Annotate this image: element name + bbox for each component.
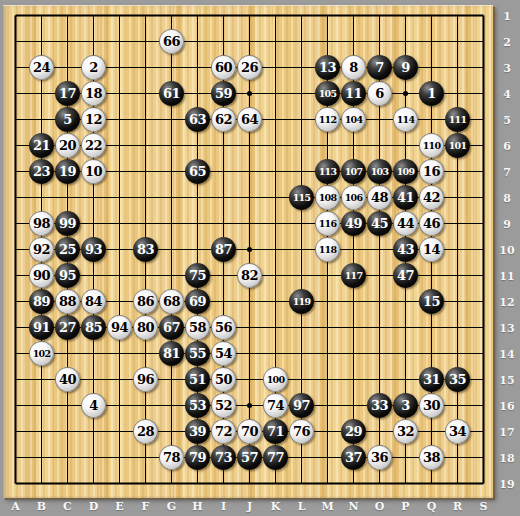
stone-white-50[interactable]: 50 [211, 367, 236, 392]
stone-move-number: 94 [111, 321, 128, 334]
stone-move-number: 30 [423, 399, 440, 412]
stone-black-33[interactable]: 33 [367, 393, 392, 418]
stone-black-55[interactable]: 55 [185, 341, 210, 366]
column-label-L: L [289, 500, 315, 514]
stone-move-number: 54 [215, 347, 232, 360]
stone-move-number: 5 [63, 113, 72, 126]
stone-black-17[interactable]: 17 [55, 81, 80, 106]
stone-white-70[interactable]: 70 [237, 419, 262, 444]
stone-black-97[interactable]: 97 [289, 393, 314, 418]
stone-move-number: 100 [267, 375, 284, 385]
stone-move-number: 47 [397, 269, 414, 282]
stone-move-number: 7 [375, 61, 384, 74]
stone-white-96[interactable]: 96 [133, 367, 158, 392]
stone-move-number: 65 [189, 165, 206, 178]
stone-move-number: 15 [423, 295, 440, 308]
stone-move-number: 26 [241, 61, 258, 74]
stone-black-73[interactable]: 73 [211, 445, 236, 470]
stone-black-9[interactable]: 9 [393, 55, 418, 80]
stone-move-number: 25 [59, 243, 76, 256]
stone-black-109[interactable]: 109 [393, 159, 418, 184]
stone-white-76[interactable]: 76 [289, 419, 314, 444]
stone-black-45[interactable]: 45 [367, 211, 392, 236]
stone-black-65[interactable]: 65 [185, 159, 210, 184]
stone-black-117[interactable]: 117 [341, 263, 366, 288]
stone-black-107[interactable]: 107 [341, 159, 366, 184]
stone-move-number: 13 [319, 61, 336, 74]
stone-move-number: 108 [319, 193, 336, 203]
stone-move-number: 62 [215, 113, 232, 126]
stone-move-number: 35 [449, 373, 466, 386]
stone-move-number: 69 [189, 295, 206, 308]
row-label-16: 16 [496, 400, 518, 414]
stone-move-number: 114 [397, 115, 414, 125]
stone-move-number: 119 [293, 297, 310, 307]
row-label-8: 8 [496, 192, 518, 206]
stone-move-number: 60 [215, 61, 232, 74]
stone-white-62[interactable]: 62 [211, 107, 236, 132]
stone-black-79[interactable]: 79 [185, 445, 210, 470]
stone-black-83[interactable]: 83 [133, 237, 158, 262]
stone-move-number: 44 [397, 217, 414, 230]
stone-move-number: 93 [85, 243, 102, 256]
stone-white-36[interactable]: 36 [367, 445, 392, 470]
stone-move-number: 24 [33, 61, 50, 74]
stone-move-number: 102 [33, 349, 50, 359]
stone-white-58[interactable]: 58 [185, 315, 210, 340]
stone-move-number: 57 [241, 451, 258, 464]
stone-move-number: 82 [241, 269, 258, 282]
stone-black-35[interactable]: 35 [445, 367, 470, 392]
stone-white-20[interactable]: 20 [55, 133, 80, 158]
stone-white-32[interactable]: 32 [393, 419, 418, 444]
stone-white-28[interactable]: 28 [133, 419, 158, 444]
stone-white-44[interactable]: 44 [393, 211, 418, 236]
stone-move-number: 88 [59, 295, 76, 308]
stone-black-59[interactable]: 59 [211, 81, 236, 106]
column-label-F: F [133, 500, 159, 514]
column-label-K: K [263, 500, 289, 514]
stone-move-number: 78 [163, 451, 180, 464]
stone-black-113[interactable]: 113 [315, 159, 340, 184]
row-label-7: 7 [496, 166, 518, 180]
column-label-O: O [367, 500, 393, 514]
stone-white-106[interactable]: 106 [341, 185, 366, 210]
go-board[interactable]: 1234567891011121314151617181920212223242… [3, 5, 493, 498]
stone-black-27[interactable]: 27 [55, 315, 80, 340]
column-label-N: N [341, 500, 367, 514]
stone-black-93[interactable]: 93 [81, 237, 106, 262]
stone-black-3[interactable]: 3 [393, 393, 418, 418]
stone-move-number: 45 [371, 217, 388, 230]
stone-move-number: 6 [375, 87, 384, 100]
stone-black-115[interactable]: 115 [289, 185, 314, 210]
stone-black-5[interactable]: 5 [55, 107, 80, 132]
stone-white-110[interactable]: 110 [419, 133, 444, 158]
column-label-I: I [211, 500, 237, 514]
row-label-12: 12 [496, 296, 518, 310]
stone-move-number: 18 [85, 87, 102, 100]
stone-black-47[interactable]: 47 [393, 263, 418, 288]
stone-black-119[interactable]: 119 [289, 289, 314, 314]
stone-move-number: 116 [319, 219, 336, 229]
stone-move-number: 74 [267, 399, 284, 412]
stone-move-number: 107 [345, 167, 362, 177]
stone-white-92[interactable]: 92 [29, 237, 54, 262]
stone-move-number: 59 [215, 87, 232, 100]
stone-white-38[interactable]: 38 [419, 445, 444, 470]
stone-black-25[interactable]: 25 [55, 237, 80, 262]
stone-white-54[interactable]: 54 [211, 341, 236, 366]
stone-white-104[interactable]: 104 [341, 107, 366, 132]
stone-move-number: 73 [215, 451, 232, 464]
stone-black-43[interactable]: 43 [393, 237, 418, 262]
stone-move-number: 96 [137, 373, 154, 386]
stone-move-number: 67 [163, 321, 180, 334]
column-label-R: R [445, 500, 471, 514]
stone-move-number: 50 [215, 373, 232, 386]
column-label-J: J [237, 500, 263, 514]
stone-move-number: 103 [371, 167, 388, 177]
stone-move-number: 72 [215, 425, 232, 438]
stone-move-number: 99 [59, 217, 76, 230]
stone-move-number: 43 [397, 243, 414, 256]
stone-white-74[interactable]: 74 [263, 393, 288, 418]
stone-white-84[interactable]: 84 [81, 289, 106, 314]
stone-move-number: 113 [319, 167, 336, 177]
stone-move-number: 85 [85, 321, 102, 334]
stone-white-94[interactable]: 94 [107, 315, 132, 340]
stone-black-31[interactable]: 31 [419, 367, 444, 392]
stone-white-88[interactable]: 88 [55, 289, 80, 314]
stone-black-49[interactable]: 49 [341, 211, 366, 236]
stone-white-40[interactable]: 40 [55, 367, 80, 392]
stone-black-15[interactable]: 15 [419, 289, 444, 314]
stone-move-number: 105 [319, 89, 336, 99]
stone-move-number: 51 [189, 373, 206, 386]
stone-move-number: 20 [59, 139, 76, 152]
stone-move-number: 53 [189, 399, 206, 412]
stone-move-number: 89 [33, 295, 50, 308]
row-label-11: 11 [496, 270, 518, 284]
stone-move-number: 91 [33, 321, 50, 334]
stone-move-number: 42 [423, 191, 440, 204]
stone-move-number: 115 [293, 193, 310, 203]
stone-black-67[interactable]: 67 [159, 315, 184, 340]
row-label-18: 18 [496, 452, 518, 466]
stone-move-number: 48 [371, 191, 388, 204]
stone-move-number: 56 [215, 321, 232, 334]
stone-white-6[interactable]: 6 [367, 81, 392, 106]
stone-move-number: 38 [423, 451, 440, 464]
stone-move-number: 11 [345, 87, 362, 100]
stone-move-number: 9 [401, 61, 410, 74]
stone-move-number: 22 [85, 139, 102, 152]
column-label-A: A [3, 500, 29, 514]
stone-move-number: 64 [241, 113, 258, 126]
row-label-1: 1 [496, 10, 518, 24]
stone-move-number: 118 [319, 245, 336, 255]
stone-move-number: 41 [397, 191, 414, 204]
stone-move-number: 31 [423, 373, 440, 386]
go-record-viewer-panel: 1234567891011121314151617181920212223242… [0, 0, 520, 516]
stone-white-86[interactable]: 86 [133, 289, 158, 314]
stone-black-29[interactable]: 29 [341, 419, 366, 444]
row-label-15: 15 [496, 374, 518, 388]
stone-black-69[interactable]: 69 [185, 289, 210, 314]
stone-move-number: 86 [137, 295, 154, 308]
stone-move-number: 12 [85, 113, 102, 126]
stone-white-118[interactable]: 118 [315, 237, 340, 262]
stone-black-7[interactable]: 7 [367, 55, 392, 80]
stone-move-number: 8 [349, 61, 358, 74]
row-label-9: 9 [496, 218, 518, 232]
stone-move-number: 28 [137, 425, 154, 438]
stone-white-80[interactable]: 80 [133, 315, 158, 340]
column-label-P: P [393, 500, 419, 514]
stone-move-number: 83 [137, 243, 154, 256]
column-label-M: M [315, 500, 341, 514]
stone-black-19[interactable]: 19 [55, 159, 80, 184]
stone-white-30[interactable]: 30 [419, 393, 444, 418]
stone-white-82[interactable]: 82 [237, 263, 262, 288]
stone-move-number: 63 [189, 113, 206, 126]
stone-black-41[interactable]: 41 [393, 185, 418, 210]
stone-black-57[interactable]: 57 [237, 445, 262, 470]
stone-move-number: 104 [345, 115, 362, 125]
stone-move-number: 77 [267, 451, 284, 464]
stone-move-number: 1 [427, 87, 436, 100]
stone-white-78[interactable]: 78 [159, 445, 184, 470]
stone-black-39[interactable]: 39 [185, 419, 210, 444]
stone-move-number: 90 [33, 269, 50, 282]
stone-move-number: 10 [85, 165, 102, 178]
stone-white-42[interactable]: 42 [419, 185, 444, 210]
stone-black-103[interactable]: 103 [367, 159, 392, 184]
column-label-G: G [159, 500, 185, 514]
stone-black-105[interactable]: 105 [315, 81, 340, 106]
stone-black-91[interactable]: 91 [29, 315, 54, 340]
stone-black-63[interactable]: 63 [185, 107, 210, 132]
stone-move-number: 75 [189, 269, 206, 282]
stone-black-87[interactable]: 87 [211, 237, 236, 262]
stone-move-number: 19 [59, 165, 76, 178]
stone-white-66[interactable]: 66 [159, 29, 184, 54]
stone-black-71[interactable]: 71 [263, 419, 288, 444]
stone-white-10[interactable]: 10 [81, 159, 106, 184]
stone-move-number: 49 [345, 217, 362, 230]
stone-white-24[interactable]: 24 [29, 55, 54, 80]
stone-black-111[interactable]: 111 [445, 107, 470, 132]
stone-move-number: 17 [59, 87, 76, 100]
stone-move-number: 112 [319, 115, 336, 125]
stone-white-68[interactable]: 68 [159, 289, 184, 314]
stone-move-number: 97 [293, 399, 310, 412]
row-label-13: 13 [496, 322, 518, 336]
stone-move-number: 58 [189, 321, 206, 334]
stone-move-number: 39 [189, 425, 206, 438]
row-label-10: 10 [496, 244, 518, 258]
stone-white-114[interactable]: 114 [393, 107, 418, 132]
stone-move-number: 55 [189, 347, 206, 360]
stone-move-number: 3 [401, 399, 410, 412]
stone-white-22[interactable]: 22 [81, 133, 106, 158]
stone-black-37[interactable]: 37 [341, 445, 366, 470]
stone-move-number: 32 [397, 425, 414, 438]
stone-black-81[interactable]: 81 [159, 341, 184, 366]
stone-move-number: 66 [163, 35, 180, 48]
column-label-D: D [81, 500, 107, 514]
stone-move-number: 46 [423, 217, 440, 230]
stone-move-number: 111 [449, 115, 466, 125]
stone-move-number: 23 [33, 165, 50, 178]
row-label-3: 3 [496, 62, 518, 76]
stone-move-number: 33 [371, 399, 388, 412]
stones-layer: 1234567891011121314151617181920212223242… [3, 3, 497, 497]
column-label-B: B [29, 500, 55, 514]
column-label-Q: Q [419, 500, 445, 514]
row-label-19: 19 [496, 478, 518, 492]
stone-move-number: 40 [59, 373, 76, 386]
stone-white-116[interactable]: 116 [315, 211, 340, 236]
stone-white-26[interactable]: 26 [237, 55, 262, 80]
row-label-4: 4 [496, 88, 518, 102]
row-label-14: 14 [496, 348, 518, 362]
stone-move-number: 80 [137, 321, 154, 334]
stone-move-number: 68 [163, 295, 180, 308]
stone-white-48[interactable]: 48 [367, 185, 392, 210]
stone-black-23[interactable]: 23 [29, 159, 54, 184]
stone-move-number: 92 [33, 243, 50, 256]
row-label-5: 5 [496, 114, 518, 128]
stone-move-number: 84 [85, 295, 102, 308]
stone-move-number: 36 [371, 451, 388, 464]
stone-white-34[interactable]: 34 [445, 419, 470, 444]
stone-move-number: 110 [423, 141, 440, 151]
column-label-C: C [55, 500, 81, 514]
stone-white-8[interactable]: 8 [341, 55, 366, 80]
stone-black-53[interactable]: 53 [185, 393, 210, 418]
stone-move-number: 37 [345, 451, 362, 464]
stone-black-85[interactable]: 85 [81, 315, 106, 340]
stone-black-101[interactable]: 101 [445, 133, 470, 158]
stone-move-number: 101 [449, 141, 466, 151]
stone-white-108[interactable]: 108 [315, 185, 340, 210]
stone-black-77[interactable]: 77 [263, 445, 288, 470]
stone-white-2[interactable]: 2 [81, 55, 106, 80]
stone-move-number: 21 [33, 139, 50, 152]
stone-white-60[interactable]: 60 [211, 55, 236, 80]
stone-black-13[interactable]: 13 [315, 55, 340, 80]
stone-white-112[interactable]: 112 [315, 107, 340, 132]
stone-black-21[interactable]: 21 [29, 133, 54, 158]
stone-move-number: 79 [189, 451, 206, 464]
stone-black-51[interactable]: 51 [185, 367, 210, 392]
stone-move-number: 95 [59, 269, 76, 282]
stone-move-number: 70 [241, 425, 258, 438]
stone-white-98[interactable]: 98 [29, 211, 54, 236]
stone-move-number: 76 [293, 425, 310, 438]
stone-white-16[interactable]: 16 [419, 159, 444, 184]
stone-move-number: 34 [449, 425, 466, 438]
stone-move-number: 61 [163, 87, 180, 100]
stone-move-number: 87 [215, 243, 232, 256]
stone-move-number: 117 [345, 271, 362, 281]
stone-move-number: 16 [423, 165, 440, 178]
stone-white-102[interactable]: 102 [29, 341, 54, 366]
stone-black-99[interactable]: 99 [55, 211, 80, 236]
stone-move-number: 109 [397, 167, 414, 177]
stone-move-number: 4 [89, 399, 98, 412]
stone-black-61[interactable]: 61 [159, 81, 184, 106]
stone-black-1[interactable]: 1 [419, 81, 444, 106]
stone-white-4[interactable]: 4 [81, 393, 106, 418]
stone-white-52[interactable]: 52 [211, 393, 236, 418]
stone-black-89[interactable]: 89 [29, 289, 54, 314]
stone-white-46[interactable]: 46 [419, 211, 444, 236]
column-label-H: H [185, 500, 211, 514]
column-label-S: S [471, 500, 497, 514]
stone-white-90[interactable]: 90 [29, 263, 54, 288]
stone-white-64[interactable]: 64 [237, 107, 262, 132]
stone-white-12[interactable]: 12 [81, 107, 106, 132]
stone-move-number: 71 [267, 425, 284, 438]
stone-move-number: 106 [345, 193, 362, 203]
stone-white-72[interactable]: 72 [211, 419, 236, 444]
row-label-17: 17 [496, 426, 518, 440]
row-label-6: 6 [496, 140, 518, 154]
stone-white-18[interactable]: 18 [81, 81, 106, 106]
stone-move-number: 52 [215, 399, 232, 412]
stone-white-100[interactable]: 100 [263, 367, 288, 392]
row-label-2: 2 [496, 36, 518, 50]
stone-move-number: 14 [423, 243, 440, 256]
stone-white-56[interactable]: 56 [211, 315, 236, 340]
stone-move-number: 29 [345, 425, 362, 438]
stone-black-95[interactable]: 95 [55, 263, 80, 288]
column-label-E: E [107, 500, 133, 514]
stone-move-number: 27 [59, 321, 76, 334]
stone-move-number: 98 [33, 217, 50, 230]
stone-black-75[interactable]: 75 [185, 263, 210, 288]
stone-move-number: 81 [163, 347, 180, 360]
stone-black-11[interactable]: 11 [341, 81, 366, 106]
stone-move-number: 2 [89, 61, 98, 74]
stone-white-14[interactable]: 14 [419, 237, 444, 262]
